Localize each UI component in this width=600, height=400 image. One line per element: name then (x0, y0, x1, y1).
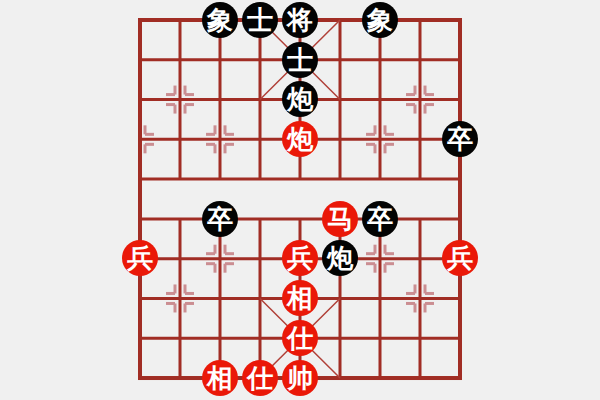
intersection-c8-r4[interactable] (440, 159, 480, 199)
intersection-c7-r3[interactable] (400, 119, 440, 159)
intersection-c8-r3[interactable]: 卒 (440, 119, 480, 159)
intersection-c2-r3[interactable] (200, 119, 240, 159)
intersection-c0-r3[interactable] (120, 119, 160, 159)
piece-red-advisor[interactable]: 仕 (282, 320, 318, 356)
intersection-c1-r3[interactable] (160, 119, 200, 159)
intersection-c2-r6[interactable] (200, 239, 240, 279)
intersection-c2-r8[interactable] (200, 318, 240, 358)
intersection-c5-r2[interactable] (320, 80, 360, 120)
piece-black-soldier[interactable]: 卒 (362, 201, 398, 237)
intersection-c5-r8[interactable] (320, 318, 360, 358)
intersection-c0-r0[interactable] (120, 0, 160, 40)
intersection-c0-r6[interactable]: 兵 (120, 239, 160, 279)
intersection-c0-r9[interactable] (120, 358, 160, 398)
intersection-c8-r2[interactable] (440, 80, 480, 120)
intersection-c1-r5[interactable] (160, 199, 200, 239)
intersection-c6-r6[interactable] (360, 239, 400, 279)
intersection-c5-r7[interactable] (320, 278, 360, 318)
piece-red-advisor[interactable]: 仕 (242, 360, 278, 396)
piece-red-elephant[interactable]: 相 (282, 280, 318, 316)
intersection-c1-r9[interactable] (160, 358, 200, 398)
intersection-c3-r5[interactable] (240, 199, 280, 239)
intersection-c7-r4[interactable] (400, 159, 440, 199)
intersection-c5-r6[interactable]: 炮 (320, 239, 360, 279)
intersection-c3-r3[interactable] (240, 119, 280, 159)
intersection-c2-r1[interactable] (200, 40, 240, 80)
intersection-c7-r0[interactable] (400, 0, 440, 40)
piece-black-cannon[interactable]: 炮 (282, 81, 318, 117)
intersection-c8-r8[interactable] (440, 318, 480, 358)
intersection-c3-r8[interactable] (240, 318, 280, 358)
piece-black-general[interactable]: 将 (282, 2, 318, 38)
intersection-c8-r0[interactable] (440, 0, 480, 40)
intersection-c0-r2[interactable] (120, 80, 160, 120)
intersection-c6-r7[interactable] (360, 278, 400, 318)
intersection-c8-r9[interactable] (440, 358, 480, 398)
intersection-c4-r6[interactable]: 兵 (280, 239, 320, 279)
intersection-c6-r2[interactable] (360, 80, 400, 120)
intersection-c4-r9[interactable]: 帅 (280, 358, 320, 398)
intersection-c7-r1[interactable] (400, 40, 440, 80)
intersection-c1-r8[interactable] (160, 318, 200, 358)
intersection-c6-r4[interactable] (360, 159, 400, 199)
intersection-c7-r8[interactable] (400, 318, 440, 358)
intersection-c7-r7[interactable] (400, 278, 440, 318)
intersection-c0-r5[interactable] (120, 199, 160, 239)
intersection-c7-r2[interactable] (400, 80, 440, 120)
intersection-c4-r2[interactable]: 炮 (280, 80, 320, 120)
intersection-c8-r5[interactable] (440, 199, 480, 239)
intersection-c6-r1[interactable] (360, 40, 400, 80)
intersection-c8-r7[interactable] (440, 278, 480, 318)
intersection-c4-r0[interactable]: 将 (280, 0, 320, 40)
intersection-c5-r3[interactable] (320, 119, 360, 159)
intersection-c1-r2[interactable] (160, 80, 200, 120)
piece-black-cannon[interactable]: 炮 (322, 240, 358, 276)
intersection-c2-r0[interactable]: 象 (200, 0, 240, 40)
piece-red-soldier[interactable]: 兵 (282, 240, 318, 276)
intersection-c4-r8[interactable]: 仕 (280, 318, 320, 358)
intersection-c4-r1[interactable]: 士 (280, 40, 320, 80)
intersection-c7-r6[interactable] (400, 239, 440, 279)
intersection-c0-r7[interactable] (120, 278, 160, 318)
intersection-c3-r6[interactable] (240, 239, 280, 279)
intersection-c0-r4[interactable] (120, 159, 160, 199)
piece-red-soldier[interactable]: 兵 (442, 240, 478, 276)
piece-black-soldier[interactable]: 卒 (442, 121, 478, 157)
intersection-c3-r2[interactable] (240, 80, 280, 120)
piece-red-cannon[interactable]: 炮 (282, 121, 318, 157)
intersection-c5-r1[interactable] (320, 40, 360, 80)
board-intersections: 象士将象士炮炮卒卒马卒兵兵炮兵相仕相仕帅 (120, 0, 480, 398)
piece-red-soldier[interactable]: 兵 (122, 240, 158, 276)
intersection-c5-r0[interactable] (320, 0, 360, 40)
intersection-c1-r4[interactable] (160, 159, 200, 199)
intersection-c2-r5[interactable]: 卒 (200, 199, 240, 239)
intersection-c3-r9[interactable]: 仕 (240, 358, 280, 398)
intersection-c4-r7[interactable]: 相 (280, 278, 320, 318)
intersection-c7-r5[interactable] (400, 199, 440, 239)
piece-black-elephant[interactable]: 象 (202, 2, 238, 38)
piece-black-elephant[interactable]: 象 (362, 2, 398, 38)
piece-red-general[interactable]: 帅 (282, 360, 318, 396)
intersection-c0-r1[interactable] (120, 40, 160, 80)
intersection-c6-r9[interactable] (360, 358, 400, 398)
piece-black-advisor[interactable]: 士 (282, 42, 318, 78)
intersection-c2-r7[interactable] (200, 278, 240, 318)
intersection-c3-r7[interactable] (240, 278, 280, 318)
piece-black-soldier[interactable]: 卒 (202, 201, 238, 237)
intersection-c6-r3[interactable] (360, 119, 400, 159)
intersection-c2-r2[interactable] (200, 80, 240, 120)
intersection-c1-r1[interactable] (160, 40, 200, 80)
intersection-c4-r5[interactable] (280, 199, 320, 239)
intersection-c2-r4[interactable] (200, 159, 240, 199)
intersection-c1-r0[interactable] (160, 0, 200, 40)
xiangqi-board: 象士将象士炮炮卒卒马卒兵兵炮兵相仕相仕帅 (0, 0, 600, 400)
intersection-c5-r9[interactable] (320, 358, 360, 398)
piece-black-advisor[interactable]: 士 (242, 2, 278, 38)
intersection-c8-r6[interactable]: 兵 (440, 239, 480, 279)
intersection-c6-r8[interactable] (360, 318, 400, 358)
piece-red-horse[interactable]: 马 (322, 201, 358, 237)
intersection-c1-r7[interactable] (160, 278, 200, 318)
intersection-c3-r1[interactable] (240, 40, 280, 80)
intersection-c0-r8[interactable] (120, 318, 160, 358)
piece-red-elephant[interactable]: 相 (202, 360, 238, 396)
intersection-c4-r3[interactable]: 炮 (280, 119, 320, 159)
intersection-c4-r4[interactable] (280, 159, 320, 199)
intersection-c5-r4[interactable] (320, 159, 360, 199)
intersection-c1-r6[interactable] (160, 239, 200, 279)
intersection-c5-r5[interactable]: 马 (320, 199, 360, 239)
intersection-c7-r9[interactable] (400, 358, 440, 398)
intersection-c6-r0[interactable]: 象 (360, 0, 400, 40)
intersection-c8-r1[interactable] (440, 40, 480, 80)
intersection-c3-r4[interactable] (240, 159, 280, 199)
intersection-c6-r5[interactable]: 卒 (360, 199, 400, 239)
intersection-c3-r0[interactable]: 士 (240, 0, 280, 40)
intersection-c2-r9[interactable]: 相 (200, 358, 240, 398)
